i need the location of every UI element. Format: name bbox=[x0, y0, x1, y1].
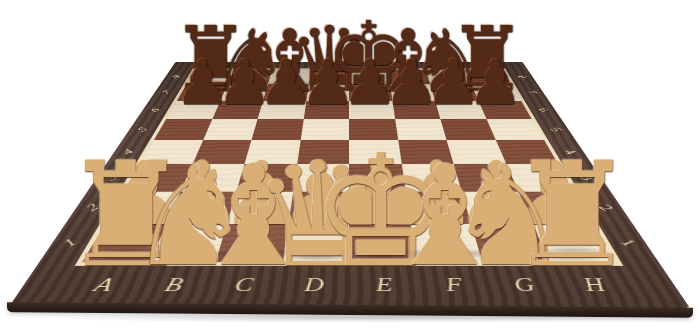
rank-label-right-6: 6 bbox=[530, 105, 555, 116]
photo-background: ABCDEFGH1122334455667788 ♜♞♝♛♚♝♞♜♟♟♟♟♟♟♟… bbox=[0, 0, 700, 329]
piece-black-pawn-h7[interactable]: ♟ bbox=[467, 52, 523, 114]
piece-white-rook-h1[interactable]: ♜ bbox=[507, 143, 636, 287]
board-ground-shadow bbox=[40, 313, 660, 323]
pieces-layer: ♜♞♝♛♚♝♞♜♟♟♟♟♟♟♟♟♟♟♟♟♟♟♟♟♜♞♝♛♚♝♞♜ bbox=[0, 0, 700, 329]
